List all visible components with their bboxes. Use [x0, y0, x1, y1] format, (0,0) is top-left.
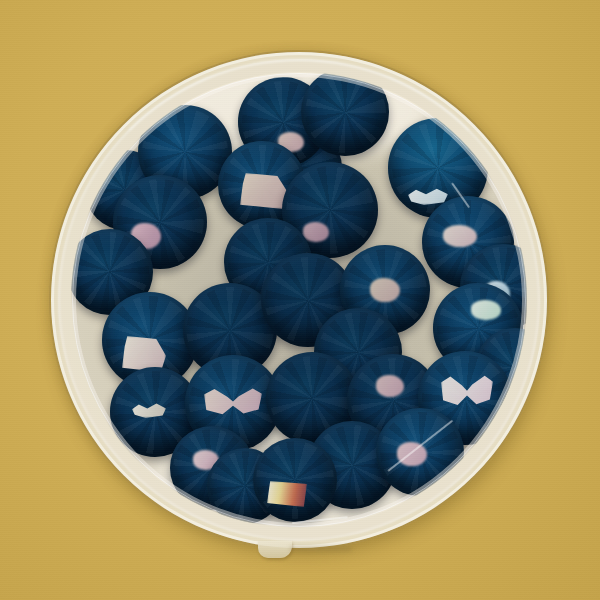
- bead-iridescent-highlight: [408, 187, 448, 205]
- container-well: [71, 72, 527, 528]
- bead-iridescent-highlight: [204, 386, 262, 416]
- bead-iridescent-highlight: [370, 278, 400, 302]
- bead-iridescent-highlight: [376, 375, 404, 397]
- lid-tab-shadow: [290, 546, 352, 552]
- photo-scene: [0, 0, 600, 600]
- lid-tab: [258, 541, 292, 558]
- bead-iridescent-highlight: [443, 225, 477, 247]
- bead-iridescent-highlight: [240, 173, 288, 209]
- bead: [301, 72, 389, 156]
- bead-iridescent-highlight: [397, 442, 427, 466]
- beads-layer: [71, 72, 527, 528]
- bead-container: [49, 50, 549, 550]
- bead: [253, 438, 337, 522]
- bead-iridescent-highlight: [132, 402, 166, 418]
- bead-iridescent-highlight: [267, 481, 307, 507]
- bead-iridescent-highlight: [303, 222, 329, 242]
- bead-iridescent-highlight: [471, 300, 501, 320]
- bead-iridescent-highlight: [441, 373, 493, 407]
